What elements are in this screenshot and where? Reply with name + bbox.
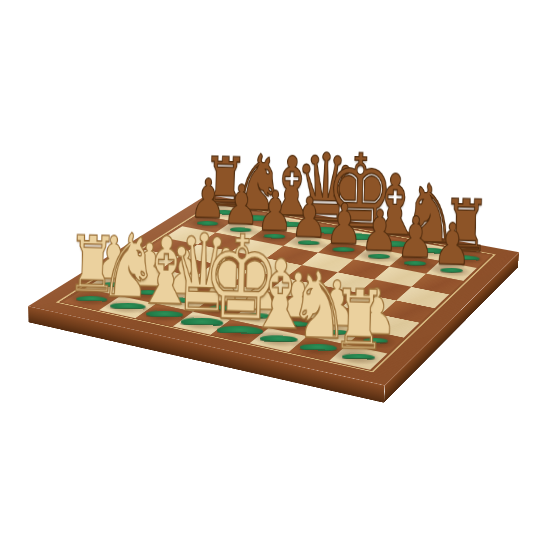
piece-glyph: ♜ [331,281,387,358]
piece-glyph: ♟ [290,192,328,244]
board-face: ♜♞♝♛♚♝♞♜♟♟♟♟♟♟♟♟♟♟♟♟♟♟♟♟♜♞♝♛♚♝♞♜ [28,195,519,386]
piece-glyph: ♟ [325,198,363,250]
chess-board: ♜♞♝♛♚♝♞♜♟♟♟♟♟♟♟♟♟♟♟♟♟♟♟♟♜♞♝♛♚♝♞♜ [28,195,519,386]
piece-glyph: ♟ [360,205,399,258]
product-photo-scene: ♜♞♝♛♚♝♞♜♟♟♟♟♟♟♟♟♟♟♟♟♟♟♟♟♜♞♝♛♚♝♞♜ [0,0,533,533]
piece-glyph: ♟ [396,211,435,264]
piece-glyph: ♟ [433,218,472,272]
